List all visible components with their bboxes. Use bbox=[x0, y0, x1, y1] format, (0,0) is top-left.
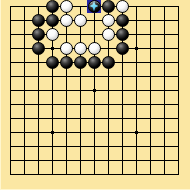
stone-white bbox=[46, 28, 59, 41]
go-board[interactable] bbox=[0, 0, 190, 190]
star-point bbox=[51, 47, 54, 50]
star-point bbox=[93, 89, 96, 92]
stone-white bbox=[74, 42, 87, 55]
last-move-star-icon bbox=[90, 1, 99, 12]
star-point bbox=[135, 47, 138, 50]
stone-white bbox=[74, 14, 87, 27]
star-point bbox=[135, 131, 138, 134]
stone-black bbox=[74, 56, 87, 69]
grid-line-vertical bbox=[150, 6, 151, 175]
grid-line-vertical bbox=[164, 6, 165, 175]
stone-black bbox=[32, 28, 45, 41]
stone-black bbox=[88, 56, 101, 69]
stone-black bbox=[116, 42, 129, 55]
stone-white bbox=[88, 42, 101, 55]
stone-black bbox=[32, 14, 45, 27]
grid-line-horizontal bbox=[10, 132, 179, 133]
stone-black bbox=[60, 56, 73, 69]
grid-line-vertical bbox=[136, 6, 137, 175]
star-point bbox=[51, 131, 54, 134]
grid-line-horizontal bbox=[10, 118, 179, 119]
stone-white bbox=[102, 28, 115, 41]
stone-white bbox=[60, 0, 73, 13]
stone-white bbox=[116, 0, 129, 13]
stone-black bbox=[46, 0, 59, 13]
stone-black bbox=[102, 56, 115, 69]
stone-white bbox=[102, 14, 115, 27]
grid-line-horizontal bbox=[10, 146, 179, 147]
stone-black bbox=[32, 42, 45, 55]
grid-line-horizontal bbox=[10, 174, 179, 175]
stone-black bbox=[116, 28, 129, 41]
stone-black bbox=[46, 14, 59, 27]
stone-white bbox=[60, 42, 73, 55]
last-move-stone-black bbox=[88, 0, 101, 13]
grid-line-vertical bbox=[178, 6, 179, 175]
grid-line-horizontal bbox=[10, 104, 179, 105]
stone-white bbox=[60, 14, 73, 27]
stone-black bbox=[116, 14, 129, 27]
stone-black bbox=[46, 56, 59, 69]
stone-black bbox=[102, 0, 115, 13]
grid-line-horizontal bbox=[10, 160, 179, 161]
